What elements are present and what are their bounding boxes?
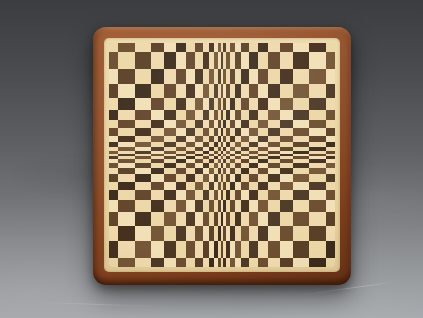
board-cell-dark xyxy=(326,241,335,258)
board-cell-dark xyxy=(258,69,268,84)
board-cell-dark xyxy=(164,110,176,120)
board-cell-dark xyxy=(176,43,186,52)
board-cell-light xyxy=(151,110,165,120)
board-cell-dark xyxy=(176,98,186,110)
board-cell-light xyxy=(135,226,150,241)
board-cell-light xyxy=(326,182,335,191)
board-cell-dark xyxy=(109,241,118,258)
board-cell-dark xyxy=(241,69,248,84)
board-cell-dark xyxy=(151,120,165,129)
board-cell-light xyxy=(195,52,202,69)
board-cell-dark xyxy=(186,110,195,120)
board-cell-light xyxy=(258,241,268,258)
board-grid xyxy=(109,43,335,267)
board-cell-light xyxy=(241,241,248,258)
board-cell-light xyxy=(309,212,327,226)
board-cell-dark xyxy=(249,241,258,258)
board-cell-dark xyxy=(135,84,150,98)
board-cell-dark xyxy=(249,110,258,120)
board-cell-light xyxy=(164,43,176,52)
board-cell-dark xyxy=(164,174,176,181)
board-cell-dark xyxy=(118,182,136,191)
board-cell-dark xyxy=(293,174,308,181)
board-cell-dark xyxy=(309,200,327,212)
board-cell-light xyxy=(293,226,308,241)
board-cell-dark xyxy=(249,190,258,200)
board-cell-dark xyxy=(195,69,202,84)
board-cell-dark xyxy=(118,98,136,110)
board-cell-light xyxy=(151,174,165,181)
board-cell-light xyxy=(118,174,136,181)
board-cell-light xyxy=(186,200,195,212)
board-cell-dark xyxy=(151,182,165,191)
board-cell-light xyxy=(176,128,186,135)
board-cell-light xyxy=(176,52,186,69)
board-cell-light xyxy=(268,69,280,84)
board xyxy=(93,27,351,285)
board-cell-dark xyxy=(135,52,150,69)
board-cell-light xyxy=(109,43,118,52)
board-cell-dark xyxy=(258,258,268,267)
board-cell-light xyxy=(186,43,195,52)
board-cell-light xyxy=(249,200,258,212)
board-cell-dark xyxy=(280,43,294,52)
board-cell-dark xyxy=(309,120,327,129)
board-cell-dark xyxy=(151,258,165,267)
board-cell-dark xyxy=(186,84,195,98)
board-cell-light xyxy=(118,84,136,98)
board-cell-light xyxy=(258,174,268,181)
board-cell-light xyxy=(249,182,258,191)
board-cell-light xyxy=(135,182,150,191)
board-cell-dark xyxy=(186,52,195,69)
board-cell-dark xyxy=(135,241,150,258)
board-cell-dark xyxy=(249,212,258,226)
board-cell-dark xyxy=(268,52,280,69)
board-cell-dark xyxy=(293,241,308,258)
board-cell-dark xyxy=(326,190,335,200)
board-cell-light xyxy=(326,258,335,267)
board-cell-light xyxy=(258,84,268,98)
board-cell-light xyxy=(258,212,268,226)
board-cell-dark xyxy=(249,174,258,181)
board-cell-dark xyxy=(258,182,268,191)
board-cell-light xyxy=(195,128,202,135)
board-cell-dark xyxy=(186,190,195,200)
board-cell-dark xyxy=(326,110,335,120)
board-cell-dark xyxy=(164,52,176,69)
board-cell-dark xyxy=(241,226,248,241)
board-cell-dark xyxy=(309,98,327,110)
board-cell-dark xyxy=(151,226,165,241)
board-cell-light xyxy=(109,226,118,241)
board-cell-dark xyxy=(195,226,202,241)
board-cell-dark xyxy=(176,120,186,129)
board-cell-dark xyxy=(118,120,136,129)
board-cell-light xyxy=(280,174,294,181)
board-cell-dark xyxy=(118,43,136,52)
board-cell-light xyxy=(241,174,248,181)
board-cell-dark xyxy=(326,212,335,226)
board-cell-light xyxy=(268,98,280,110)
board-cell-light xyxy=(109,120,118,129)
board-cell-dark xyxy=(280,200,294,212)
board-cell-light xyxy=(309,110,327,120)
board-cell-dark xyxy=(249,84,258,98)
board-cell-light xyxy=(109,200,118,212)
board-cell-light xyxy=(249,43,258,52)
board-cell-light xyxy=(268,43,280,52)
board-cell-light xyxy=(195,190,202,200)
board-cell-light xyxy=(326,98,335,110)
board-cell-light xyxy=(135,69,150,84)
board-cell-dark xyxy=(280,226,294,241)
board-cell-light xyxy=(118,128,136,135)
board-cell-light xyxy=(258,52,268,69)
board-cell-dark xyxy=(326,84,335,98)
board-cell-light xyxy=(151,212,165,226)
board-cell-dark xyxy=(164,241,176,258)
board-cell-dark xyxy=(135,212,150,226)
board-cell-dark xyxy=(135,190,150,200)
board-cell-dark xyxy=(186,174,195,181)
board-cell-dark xyxy=(293,84,308,98)
board-cell-dark xyxy=(186,241,195,258)
board-cell-light xyxy=(280,212,294,226)
board-cell-light xyxy=(309,128,327,135)
board-cell-dark xyxy=(293,212,308,226)
board-cell-light xyxy=(326,200,335,212)
board-cell-dark xyxy=(241,258,248,267)
board-cell-dark xyxy=(241,182,248,191)
board-cell-light xyxy=(164,200,176,212)
board-cell-light xyxy=(135,120,150,129)
board-cell-dark xyxy=(109,84,118,98)
board-cell-light xyxy=(176,110,186,120)
board-cell-light xyxy=(241,110,248,120)
board-cell-dark xyxy=(258,226,268,241)
board-cell-light xyxy=(249,226,258,241)
board-cell-light xyxy=(176,241,186,258)
board-cell-dark xyxy=(293,190,308,200)
board-cell-dark xyxy=(118,69,136,84)
board-cell-dark xyxy=(326,52,335,69)
board-cell-dark xyxy=(109,128,118,135)
photo-stage xyxy=(0,0,423,318)
board-cell-dark xyxy=(151,43,165,52)
board-cell-light xyxy=(186,182,195,191)
board-cell-dark xyxy=(109,190,118,200)
board-cell-dark xyxy=(151,98,165,110)
board-cell-light xyxy=(195,110,202,120)
board-cell-dark xyxy=(258,43,268,52)
board-cell-light xyxy=(280,52,294,69)
board-cell-light xyxy=(309,174,327,181)
board-cell-dark xyxy=(118,200,136,212)
board-cell-light xyxy=(258,190,268,200)
board-cell-light xyxy=(241,84,248,98)
board-cell-dark xyxy=(195,200,202,212)
board-cell-dark xyxy=(176,226,186,241)
board-cell-dark xyxy=(293,128,308,135)
board-cell-dark xyxy=(326,128,335,135)
board-cell-light xyxy=(118,52,136,69)
board-cell-dark xyxy=(195,182,202,191)
board-cell-dark xyxy=(109,212,118,226)
board-cell-light xyxy=(326,226,335,241)
board-cell-light xyxy=(309,84,327,98)
board-cell-dark xyxy=(249,52,258,69)
board-cell-dark xyxy=(195,43,202,52)
board-cell-dark xyxy=(293,52,308,69)
board-cell-light xyxy=(186,226,195,241)
board-cell-light xyxy=(293,69,308,84)
board-cell-light xyxy=(151,128,165,135)
board-cell-light xyxy=(195,241,202,258)
board-cell-light xyxy=(241,52,248,69)
board-cell-light xyxy=(258,110,268,120)
board-cell-dark xyxy=(109,174,118,181)
board-cell-dark xyxy=(293,110,308,120)
board-cell-dark xyxy=(309,258,327,267)
board-cell-light xyxy=(293,182,308,191)
board-cell-dark xyxy=(309,182,327,191)
board-cell-light xyxy=(186,98,195,110)
board-cell-light xyxy=(186,258,195,267)
board-cell-dark xyxy=(268,241,280,258)
board-cell-dark xyxy=(268,190,280,200)
board-cell-dark xyxy=(135,128,150,135)
board-cell-light xyxy=(268,226,280,241)
board-cell-dark xyxy=(135,174,150,181)
board-cell-dark xyxy=(258,200,268,212)
board-cell-dark xyxy=(186,212,195,226)
board-cell-dark xyxy=(164,190,176,200)
board-cell-light xyxy=(118,241,136,258)
board-cell-light xyxy=(249,69,258,84)
board-cell-light xyxy=(268,120,280,129)
board-cell-light xyxy=(109,182,118,191)
board-cell-light xyxy=(195,174,202,181)
board-cell-light xyxy=(186,120,195,129)
board-cell-light xyxy=(241,128,248,135)
board-cell-dark xyxy=(195,258,202,267)
board-cell-light xyxy=(268,182,280,191)
board-cell-dark xyxy=(176,69,186,84)
board-cell-dark xyxy=(176,182,186,191)
board-cell-light xyxy=(309,52,327,69)
board-cell-light xyxy=(151,190,165,200)
board-cell-light xyxy=(280,84,294,98)
board-cell-light xyxy=(293,98,308,110)
board-cell-dark xyxy=(109,52,118,69)
board-cell-light xyxy=(135,98,150,110)
board-cell-light xyxy=(164,98,176,110)
board-cell-dark xyxy=(118,226,136,241)
board-cell-dark xyxy=(280,258,294,267)
board-cell-light xyxy=(326,69,335,84)
board-cell-light xyxy=(176,84,186,98)
board-cell-dark xyxy=(195,120,202,129)
board-cell-dark xyxy=(195,98,202,110)
board-cell-light xyxy=(249,120,258,129)
board-cell-dark xyxy=(268,174,280,181)
board-cell-light xyxy=(151,241,165,258)
board-cell-light xyxy=(135,258,150,267)
board-cell-light xyxy=(176,190,186,200)
board-cell-light xyxy=(164,120,176,129)
board-cell-dark xyxy=(164,128,176,135)
board-cell-light xyxy=(293,200,308,212)
board-cell-dark xyxy=(241,98,248,110)
board-cell-light xyxy=(249,258,258,267)
board-cell-light xyxy=(151,52,165,69)
board-cell-light xyxy=(176,212,186,226)
board-cell-dark xyxy=(135,110,150,120)
board-cell-light xyxy=(164,69,176,84)
board-cell-light xyxy=(268,258,280,267)
board-cell-dark xyxy=(280,182,294,191)
board-maple-border xyxy=(104,38,340,272)
board-cell-light xyxy=(195,212,202,226)
board-cell-dark xyxy=(151,69,165,84)
board-cell-light xyxy=(164,182,176,191)
board-cell-light xyxy=(280,128,294,135)
board-cell-light xyxy=(135,200,150,212)
board-cell-dark xyxy=(326,174,335,181)
board-cell-dark xyxy=(280,98,294,110)
board-cell-light xyxy=(195,84,202,98)
board-cell-dark xyxy=(109,110,118,120)
board-cell-light xyxy=(326,120,335,129)
board-cell-dark xyxy=(280,69,294,84)
board-cell-light xyxy=(109,69,118,84)
board-cell-light xyxy=(109,98,118,110)
board-cell-dark xyxy=(280,120,294,129)
board-cell-light xyxy=(109,258,118,267)
board-cell-light xyxy=(135,43,150,52)
board-cell-light xyxy=(186,69,195,84)
board-cell-dark xyxy=(309,43,327,52)
board-cell-light xyxy=(118,190,136,200)
board-cell-light xyxy=(241,212,248,226)
board-cell-light xyxy=(164,258,176,267)
board-cell-dark xyxy=(186,128,195,135)
board-cell-light xyxy=(118,212,136,226)
board-cell-dark xyxy=(268,110,280,120)
board-cell-dark xyxy=(258,120,268,129)
board-cell-light xyxy=(151,84,165,98)
board-cell-light xyxy=(280,241,294,258)
board-cell-dark xyxy=(241,200,248,212)
board-cell-light xyxy=(309,241,327,258)
board-cell-light xyxy=(309,190,327,200)
board-cell-light xyxy=(258,128,268,135)
board-cell-dark xyxy=(176,258,186,267)
board-cell-dark xyxy=(164,84,176,98)
board-cell-light xyxy=(293,43,308,52)
board-cell-dark xyxy=(258,98,268,110)
board-cell-dark xyxy=(249,128,258,135)
board-cell-light xyxy=(249,98,258,110)
board-cell-light xyxy=(118,110,136,120)
board-cell-light xyxy=(293,258,308,267)
board-cell-light xyxy=(326,43,335,52)
board-cell-light xyxy=(268,200,280,212)
board-cell-light xyxy=(164,226,176,241)
board-cell-dark xyxy=(268,212,280,226)
board-cell-dark xyxy=(241,120,248,129)
board-cell-dark xyxy=(176,200,186,212)
board-cell-light xyxy=(241,190,248,200)
board-cell-light xyxy=(280,190,294,200)
board-cell-light xyxy=(293,120,308,129)
board-cell-light xyxy=(176,174,186,181)
board-cell-dark xyxy=(164,212,176,226)
board-cell-dark xyxy=(268,84,280,98)
board-cell-dark xyxy=(309,226,327,241)
board-cell-dark xyxy=(118,258,136,267)
board-cell-dark xyxy=(151,200,165,212)
board-cell-dark xyxy=(268,128,280,135)
board-cell-dark xyxy=(309,69,327,84)
board-cell-dark xyxy=(241,43,248,52)
board-cell-light xyxy=(280,110,294,120)
